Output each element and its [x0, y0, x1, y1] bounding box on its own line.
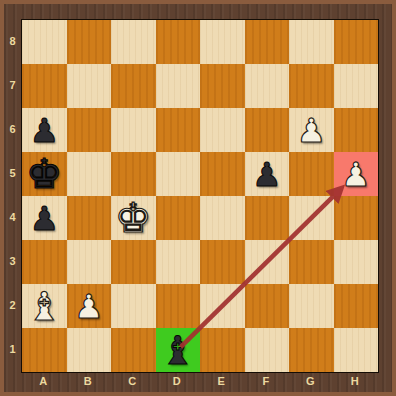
file-label: E	[199, 372, 244, 392]
square-g1[interactable]	[289, 328, 334, 372]
square-e5[interactable]	[200, 152, 245, 196]
square-e4[interactable]	[200, 196, 245, 240]
rank-label: 5	[4, 151, 21, 195]
square-h6[interactable]	[334, 108, 379, 152]
square-c5[interactable]	[111, 152, 156, 196]
file-labels: ABCDEFGH	[21, 372, 377, 392]
white-pawn-piece[interactable]: ♟	[341, 158, 371, 191]
black-pawn-piece[interactable]: ♟	[252, 158, 282, 191]
square-a2[interactable]: ♝	[22, 284, 67, 328]
square-h4[interactable]	[334, 196, 379, 240]
square-f4[interactable]	[245, 196, 290, 240]
square-d2[interactable]	[156, 284, 201, 328]
square-f2[interactable]	[245, 284, 290, 328]
rank-label: 3	[4, 239, 21, 283]
square-h7[interactable]	[334, 64, 379, 108]
square-f7[interactable]	[245, 64, 290, 108]
square-f3[interactable]	[245, 240, 290, 284]
rank-label: 6	[4, 107, 21, 151]
square-f1[interactable]	[245, 328, 290, 372]
white-bishop-piece[interactable]: ♝	[27, 287, 62, 326]
square-d1[interactable]: ♝	[156, 328, 201, 372]
square-c4[interactable]: ♚	[111, 196, 156, 240]
square-a8[interactable]	[22, 20, 67, 64]
square-f6[interactable]	[245, 108, 290, 152]
square-c8[interactable]	[111, 20, 156, 64]
square-a1[interactable]	[22, 328, 67, 372]
square-f5[interactable]: ♟	[245, 152, 290, 196]
square-b7[interactable]	[67, 64, 112, 108]
square-c3[interactable]	[111, 240, 156, 284]
rank-label: 8	[4, 19, 21, 63]
square-a6[interactable]: ♟	[22, 108, 67, 152]
black-pawn-piece[interactable]: ♟	[29, 114, 59, 147]
square-b4[interactable]	[67, 196, 112, 240]
file-label: G	[288, 372, 333, 392]
square-e6[interactable]	[200, 108, 245, 152]
black-pawn-piece[interactable]: ♟	[29, 202, 59, 235]
file-label: B	[66, 372, 111, 392]
square-h3[interactable]	[334, 240, 379, 284]
square-c7[interactable]	[111, 64, 156, 108]
square-e1[interactable]	[200, 328, 245, 372]
square-b8[interactable]	[67, 20, 112, 64]
square-d6[interactable]	[156, 108, 201, 152]
file-label: F	[244, 372, 289, 392]
square-b2[interactable]: ♟	[67, 284, 112, 328]
black-king-piece[interactable]: ♚	[26, 154, 63, 195]
file-label: D	[155, 372, 200, 392]
square-h2[interactable]	[334, 284, 379, 328]
square-a3[interactable]	[22, 240, 67, 284]
square-e8[interactable]	[200, 20, 245, 64]
square-e3[interactable]	[200, 240, 245, 284]
rank-label: 1	[4, 327, 21, 371]
square-h8[interactable]	[334, 20, 379, 64]
square-c1[interactable]	[111, 328, 156, 372]
chess-board: ♟♟♚♟♟♟♚♝♟♝	[21, 19, 379, 373]
black-bishop-piece[interactable]: ♝	[160, 331, 195, 370]
square-a4[interactable]: ♟	[22, 196, 67, 240]
rank-label: 7	[4, 63, 21, 107]
square-g3[interactable]	[289, 240, 334, 284]
square-g8[interactable]	[289, 20, 334, 64]
square-d4[interactable]	[156, 196, 201, 240]
square-h1[interactable]	[334, 328, 379, 372]
square-b3[interactable]	[67, 240, 112, 284]
square-g5[interactable]	[289, 152, 334, 196]
square-c2[interactable]	[111, 284, 156, 328]
square-b6[interactable]	[67, 108, 112, 152]
square-e2[interactable]	[200, 284, 245, 328]
file-label: A	[21, 372, 66, 392]
square-e7[interactable]	[200, 64, 245, 108]
rank-label: 4	[4, 195, 21, 239]
square-f8[interactable]	[245, 20, 290, 64]
rank-label: 2	[4, 283, 21, 327]
chess-board-frame: 87654321 ABCDEFGH ♟♟♚♟♟♟♚♝♟♝	[0, 0, 396, 396]
square-h5[interactable]: ♟	[334, 152, 379, 196]
white-pawn-piece[interactable]: ♟	[74, 290, 104, 323]
square-c6[interactable]	[111, 108, 156, 152]
white-king-piece[interactable]: ♚	[115, 198, 152, 239]
square-g4[interactable]	[289, 196, 334, 240]
square-d3[interactable]	[156, 240, 201, 284]
square-d8[interactable]	[156, 20, 201, 64]
square-g6[interactable]: ♟	[289, 108, 334, 152]
square-a5[interactable]: ♚	[22, 152, 67, 196]
square-d5[interactable]	[156, 152, 201, 196]
rank-labels: 87654321	[4, 19, 21, 371]
square-g7[interactable]	[289, 64, 334, 108]
white-pawn-piece[interactable]: ♟	[296, 114, 326, 147]
square-a7[interactable]	[22, 64, 67, 108]
file-label: C	[110, 372, 155, 392]
file-label: H	[333, 372, 378, 392]
square-b5[interactable]	[67, 152, 112, 196]
square-g2[interactable]	[289, 284, 334, 328]
square-b1[interactable]	[67, 328, 112, 372]
square-d7[interactable]	[156, 64, 201, 108]
